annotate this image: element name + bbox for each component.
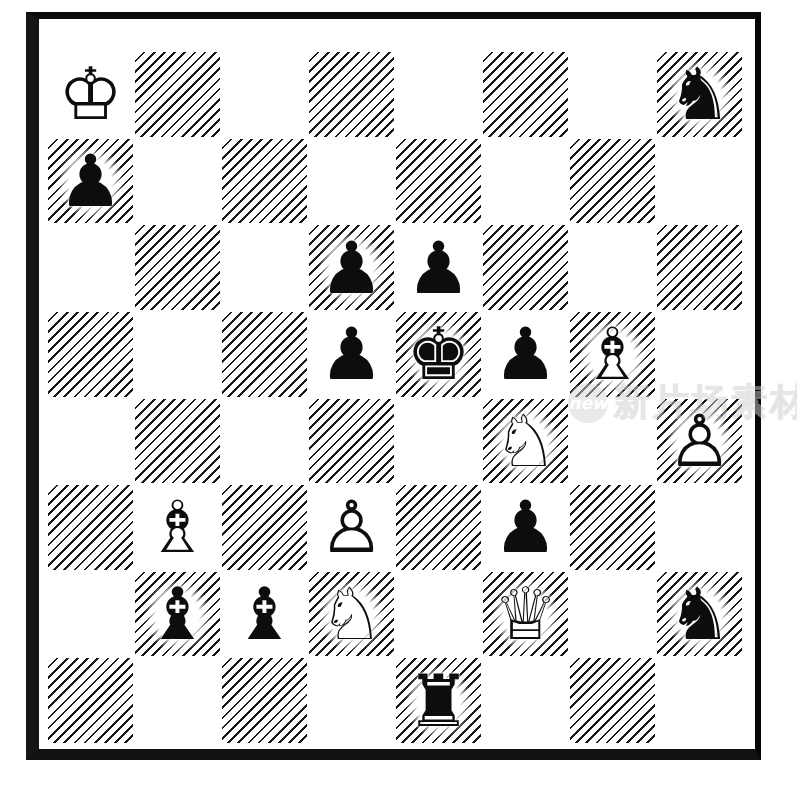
piece-black-bishop[interactable]: ♝ — [221, 571, 308, 658]
piece-white-pawn[interactable]: ♙ — [656, 398, 743, 485]
chess-board: ♔♞♟♟♟♟♚♟♗♘♙♗♙♟♝♝♘♕♞♜ — [47, 51, 743, 744]
square-b1[interactable] — [134, 657, 221, 744]
square-g2[interactable] — [569, 571, 656, 658]
square-f6[interactable] — [482, 224, 569, 311]
square-e1[interactable]: ♜ — [395, 657, 482, 744]
square-e6[interactable]: ♟ — [395, 224, 482, 311]
square-d1[interactable] — [308, 657, 395, 744]
square-d5[interactable]: ♟ — [308, 311, 395, 398]
piece-black-pawn[interactable]: ♟ — [482, 311, 569, 398]
square-g1[interactable] — [569, 657, 656, 744]
square-g7[interactable] — [569, 138, 656, 225]
square-f5[interactable]: ♟ — [482, 311, 569, 398]
square-d3[interactable]: ♙ — [308, 484, 395, 571]
piece-black-pawn[interactable]: ♟ — [308, 311, 395, 398]
square-h1[interactable] — [656, 657, 743, 744]
square-c5[interactable] — [221, 311, 308, 398]
square-b7[interactable] — [134, 138, 221, 225]
piece-black-rook[interactable]: ♜ — [395, 657, 482, 744]
square-f7[interactable] — [482, 138, 569, 225]
square-a6[interactable] — [47, 224, 134, 311]
square-a5[interactable] — [47, 311, 134, 398]
square-c6[interactable] — [221, 224, 308, 311]
piece-white-bishop[interactable]: ♗ — [134, 484, 221, 571]
square-e3[interactable] — [395, 484, 482, 571]
square-a3[interactable] — [47, 484, 134, 571]
square-c1[interactable] — [221, 657, 308, 744]
square-f8[interactable] — [482, 51, 569, 138]
square-h6[interactable] — [656, 224, 743, 311]
square-f2[interactable]: ♕ — [482, 571, 569, 658]
square-g4[interactable] — [569, 398, 656, 485]
piece-white-knight[interactable]: ♘ — [308, 571, 395, 658]
square-h3[interactable] — [656, 484, 743, 571]
square-b8[interactable] — [134, 51, 221, 138]
square-a7[interactable]: ♟ — [47, 138, 134, 225]
square-e2[interactable] — [395, 571, 482, 658]
square-e8[interactable] — [395, 51, 482, 138]
square-g5[interactable]: ♗ — [569, 311, 656, 398]
square-d4[interactable] — [308, 398, 395, 485]
square-f3[interactable]: ♟ — [482, 484, 569, 571]
square-h7[interactable] — [656, 138, 743, 225]
square-d7[interactable] — [308, 138, 395, 225]
square-f4[interactable]: ♘ — [482, 398, 569, 485]
piece-white-pawn[interactable]: ♙ — [308, 484, 395, 571]
square-e4[interactable] — [395, 398, 482, 485]
piece-black-king[interactable]: ♚ — [395, 311, 482, 398]
square-e7[interactable] — [395, 138, 482, 225]
piece-black-pawn[interactable]: ♟ — [47, 138, 134, 225]
square-a8[interactable]: ♔ — [47, 51, 134, 138]
square-g3[interactable] — [569, 484, 656, 571]
square-d2[interactable]: ♘ — [308, 571, 395, 658]
square-a4[interactable] — [47, 398, 134, 485]
square-c7[interactable] — [221, 138, 308, 225]
square-e5[interactable]: ♚ — [395, 311, 482, 398]
square-h8[interactable]: ♞ — [656, 51, 743, 138]
square-b3[interactable]: ♗ — [134, 484, 221, 571]
square-c2[interactable]: ♝ — [221, 571, 308, 658]
piece-white-knight[interactable]: ♘ — [482, 398, 569, 485]
square-h4[interactable]: ♙ — [656, 398, 743, 485]
piece-white-bishop[interactable]: ♗ — [569, 311, 656, 398]
square-h2[interactable]: ♞ — [656, 571, 743, 658]
square-c8[interactable] — [221, 51, 308, 138]
piece-black-pawn[interactable]: ♟ — [395, 224, 482, 311]
square-b5[interactable] — [134, 311, 221, 398]
square-f1[interactable] — [482, 657, 569, 744]
square-g6[interactable] — [569, 224, 656, 311]
piece-white-queen[interactable]: ♕ — [482, 571, 569, 658]
square-a2[interactable] — [47, 571, 134, 658]
square-d8[interactable] — [308, 51, 395, 138]
square-b4[interactable] — [134, 398, 221, 485]
piece-black-pawn[interactable]: ♟ — [482, 484, 569, 571]
square-b2[interactable]: ♝ — [134, 571, 221, 658]
piece-white-king[interactable]: ♔ — [47, 51, 134, 138]
square-c3[interactable] — [221, 484, 308, 571]
piece-black-knight[interactable]: ♞ — [656, 51, 743, 138]
square-b6[interactable] — [134, 224, 221, 311]
square-a1[interactable] — [47, 657, 134, 744]
piece-black-knight[interactable]: ♞ — [656, 571, 743, 658]
square-h5[interactable] — [656, 311, 743, 398]
square-g8[interactable] — [569, 51, 656, 138]
piece-black-bishop[interactable]: ♝ — [134, 571, 221, 658]
board-frame: ♔♞♟♟♟♟♚♟♗♘♙♗♙♟♝♝♘♕♞♜ — [26, 12, 761, 760]
square-c4[interactable] — [221, 398, 308, 485]
page: { "game": "chess", "position": { "fen": … — [0, 0, 797, 800]
piece-black-pawn[interactable]: ♟ — [308, 224, 395, 311]
square-d6[interactable]: ♟ — [308, 224, 395, 311]
